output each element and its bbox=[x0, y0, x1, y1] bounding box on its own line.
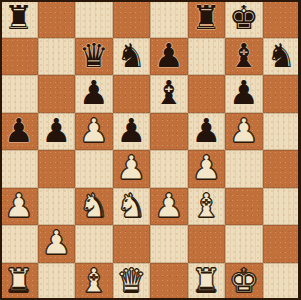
square-b4[interactable] bbox=[38, 150, 76, 188]
square-c8[interactable] bbox=[75, 0, 113, 38]
square-f3[interactable]: ♝ bbox=[188, 188, 226, 226]
black-rook: ♜ bbox=[191, 1, 221, 34]
square-f8[interactable]: ♜ bbox=[188, 0, 226, 38]
square-e4[interactable] bbox=[150, 150, 188, 188]
square-g5[interactable]: ♟ bbox=[225, 113, 263, 151]
square-b1[interactable] bbox=[38, 263, 76, 300]
square-h5[interactable] bbox=[263, 113, 301, 151]
white-pawn: ♟ bbox=[191, 151, 221, 184]
square-g8[interactable]: ♚ bbox=[225, 0, 263, 38]
square-a7[interactable] bbox=[0, 38, 38, 76]
black-king: ♚ bbox=[229, 1, 259, 34]
black-pawn: ♟ bbox=[191, 114, 221, 147]
white-pawn: ♟ bbox=[116, 151, 146, 184]
black-pawn: ♟ bbox=[154, 39, 184, 72]
black-pawn: ♟ bbox=[229, 76, 259, 109]
black-knight: ♞ bbox=[116, 39, 146, 72]
white-rook: ♜ bbox=[4, 264, 34, 297]
square-h4[interactable] bbox=[263, 150, 301, 188]
square-c2[interactable] bbox=[75, 225, 113, 263]
black-knight: ♞ bbox=[266, 39, 296, 72]
square-h3[interactable] bbox=[263, 188, 301, 226]
square-d6[interactable] bbox=[113, 75, 151, 113]
square-c7[interactable]: ♛ bbox=[75, 38, 113, 76]
square-g1[interactable]: ♚ bbox=[225, 263, 263, 300]
white-bishop: ♝ bbox=[79, 264, 109, 297]
square-f4[interactable]: ♟ bbox=[188, 150, 226, 188]
black-bishop: ♝ bbox=[229, 39, 259, 72]
square-h2[interactable] bbox=[263, 225, 301, 263]
white-bishop: ♝ bbox=[191, 189, 221, 222]
square-b6[interactable] bbox=[38, 75, 76, 113]
square-a1[interactable]: ♜ bbox=[0, 263, 38, 300]
square-a3[interactable]: ♟ bbox=[0, 188, 38, 226]
square-e8[interactable] bbox=[150, 0, 188, 38]
square-h7[interactable]: ♞ bbox=[263, 38, 301, 76]
square-f5[interactable]: ♟ bbox=[188, 113, 226, 151]
square-a8[interactable]: ♜ bbox=[0, 0, 38, 38]
white-pawn: ♟ bbox=[154, 189, 184, 222]
square-a5[interactable]: ♟ bbox=[0, 113, 38, 151]
square-f6[interactable] bbox=[188, 75, 226, 113]
square-g3[interactable] bbox=[225, 188, 263, 226]
square-d3[interactable]: ♞ bbox=[113, 188, 151, 226]
square-c4[interactable] bbox=[75, 150, 113, 188]
white-pawn: ♟ bbox=[79, 114, 109, 147]
square-h1[interactable] bbox=[263, 263, 301, 300]
square-d7[interactable]: ♞ bbox=[113, 38, 151, 76]
square-c1[interactable]: ♝ bbox=[75, 263, 113, 300]
square-f1[interactable]: ♜ bbox=[188, 263, 226, 300]
square-e1[interactable] bbox=[150, 263, 188, 300]
square-e7[interactable]: ♟ bbox=[150, 38, 188, 76]
square-d2[interactable] bbox=[113, 225, 151, 263]
black-pawn: ♟ bbox=[116, 114, 146, 147]
square-g7[interactable]: ♝ bbox=[225, 38, 263, 76]
square-e6[interactable]: ♝ bbox=[150, 75, 188, 113]
white-queen: ♛ bbox=[116, 264, 146, 297]
black-queen: ♛ bbox=[79, 39, 109, 72]
black-pawn: ♟ bbox=[4, 114, 34, 147]
white-knight: ♞ bbox=[116, 189, 146, 222]
square-d8[interactable] bbox=[113, 0, 151, 38]
black-pawn: ♟ bbox=[79, 76, 109, 109]
square-d5[interactable]: ♟ bbox=[113, 113, 151, 151]
square-b5[interactable]: ♟ bbox=[38, 113, 76, 151]
square-b8[interactable] bbox=[38, 0, 76, 38]
square-a6[interactable] bbox=[0, 75, 38, 113]
square-h6[interactable] bbox=[263, 75, 301, 113]
square-f2[interactable] bbox=[188, 225, 226, 263]
white-rook: ♜ bbox=[191, 264, 221, 297]
square-g6[interactable]: ♟ bbox=[225, 75, 263, 113]
white-pawn: ♟ bbox=[229, 114, 259, 147]
square-f7[interactable] bbox=[188, 38, 226, 76]
square-e3[interactable]: ♟ bbox=[150, 188, 188, 226]
white-pawn: ♟ bbox=[4, 189, 34, 222]
square-e2[interactable] bbox=[150, 225, 188, 263]
white-king: ♚ bbox=[229, 264, 259, 297]
black-bishop: ♝ bbox=[154, 76, 184, 109]
square-h8[interactable] bbox=[263, 0, 301, 38]
white-knight: ♞ bbox=[79, 189, 109, 222]
square-a4[interactable] bbox=[0, 150, 38, 188]
white-pawn: ♟ bbox=[41, 226, 71, 259]
square-a2[interactable] bbox=[0, 225, 38, 263]
square-c3[interactable]: ♞ bbox=[75, 188, 113, 226]
square-g2[interactable] bbox=[225, 225, 263, 263]
square-c5[interactable]: ♟ bbox=[75, 113, 113, 151]
square-b2[interactable]: ♟ bbox=[38, 225, 76, 263]
square-d1[interactable]: ♛ bbox=[113, 263, 151, 300]
square-g4[interactable] bbox=[225, 150, 263, 188]
black-rook: ♜ bbox=[4, 1, 34, 34]
square-b3[interactable] bbox=[38, 188, 76, 226]
square-b7[interactable] bbox=[38, 38, 76, 76]
chess-board: ♜♜♚♛♞♟♝♞♟♝♟♟♟♟♟♟♟♟♟♟♞♞♟♝♟♜♝♛♜♚ bbox=[0, 0, 300, 300]
black-pawn: ♟ bbox=[41, 114, 71, 147]
square-d4[interactable]: ♟ bbox=[113, 150, 151, 188]
square-e5[interactable] bbox=[150, 113, 188, 151]
square-c6[interactable]: ♟ bbox=[75, 75, 113, 113]
